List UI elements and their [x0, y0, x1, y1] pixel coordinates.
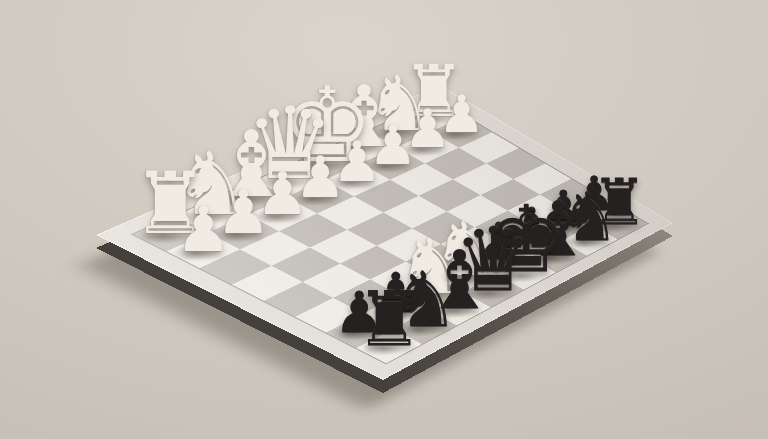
chess-scene: ♜♞♝♛♚♝♞♜♟♟♞♞♟♟♟♟♟♟♟♟♟♟♟♟♜♞♝♛♚♝♞♜ — [0, 0, 768, 439]
piece-white-pawn-a2[interactable]: ♟ — [175, 199, 231, 261]
piece-black-rook-a8[interactable]: ♜ — [355, 282, 423, 358]
